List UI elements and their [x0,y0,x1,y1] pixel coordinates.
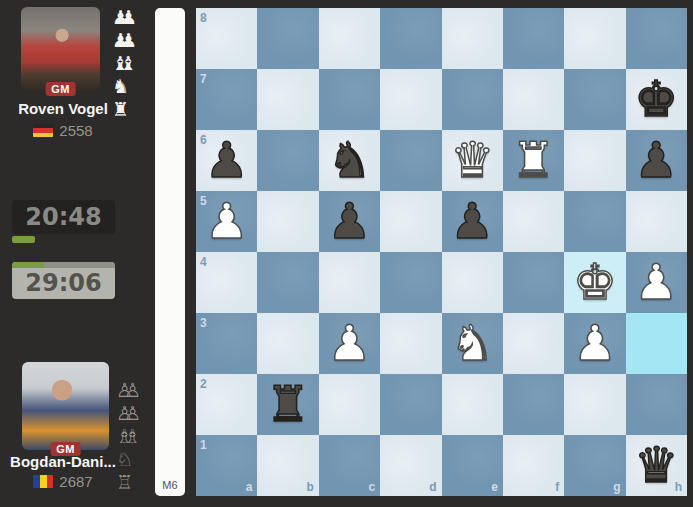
rank-label-8: 8 [200,11,207,25]
square-f1[interactable]: f [503,435,564,496]
clock-bottom-time: 29:06 [25,269,101,297]
player-name-top: Roven Vogel [0,100,126,117]
rank-label-3: 3 [200,316,207,330]
square-h7[interactable]: ♚ [626,69,687,130]
square-h6[interactable]: ♟ [626,130,687,191]
black-pawn[interactable]: ♟ [442,191,503,252]
captured-knight-icon: ♘ [116,450,141,469]
player-card-top: GM [21,7,100,90]
player-name-bottom: Bogdan-Dani... [0,453,126,470]
time-bar-bottom [12,262,115,268]
square-b1[interactable]: b [257,435,318,496]
square-a1[interactable]: 1a [196,435,257,496]
captured-bishops-pair-icon: ♝♝ [112,54,137,73]
square-g8[interactable] [564,8,625,69]
square-h4[interactable]: ♟ [626,252,687,313]
square-a8[interactable]: 8 [196,8,257,69]
captured-rook-icon: ♖ [116,473,141,492]
square-c3[interactable]: ♟ [319,313,380,374]
captured-pieces-bottom: ♙♙♙♙♗♗♘♖ [116,381,141,492]
square-e8[interactable] [442,8,503,69]
square-d3[interactable] [380,313,441,374]
square-g3[interactable]: ♟ [564,313,625,374]
square-h3[interactable] [626,313,687,374]
square-e3[interactable]: ♞ [442,313,503,374]
square-e2[interactable] [442,374,503,435]
square-h5[interactable] [626,191,687,252]
square-a4[interactable]: 4 [196,252,257,313]
square-c4[interactable] [319,252,380,313]
square-c8[interactable] [319,8,380,69]
square-f4[interactable] [503,252,564,313]
square-b8[interactable] [257,8,318,69]
eval-bar: M6 [155,8,185,496]
white-king[interactable]: ♚ [564,252,625,313]
square-d2[interactable] [380,374,441,435]
square-a3[interactable]: 3 [196,313,257,374]
eval-label: M6 [155,479,185,491]
square-f6[interactable]: ♜ [503,130,564,191]
captured-pawns-pair-icon: ♟♟ [112,31,137,50]
black-pawn[interactable]: ♟ [319,191,380,252]
square-a6[interactable]: 6♟ [196,130,257,191]
player-card-bottom: GM [22,362,109,450]
white-pawn[interactable]: ♟ [626,252,687,313]
square-b3[interactable] [257,313,318,374]
captured-pawns-pair-icon: ♙♙ [116,381,141,400]
file-label-e: e [491,480,498,494]
chess-board[interactable]: 87♚6♟♞♛♜♟5♟♟♟4♚♟3♟♞♟2♜1abcdefgh♛ [196,8,687,496]
file-label-c: c [368,480,375,494]
player-rating-bottom: 2687 [59,473,92,490]
black-pawn[interactable]: ♟ [626,130,687,191]
white-pawn[interactable]: ♟ [564,313,625,374]
black-rook[interactable]: ♜ [257,374,318,435]
square-g1[interactable]: g [564,435,625,496]
chess-broadcast-page: GM Roven Vogel 2558 ♟♟♟♟♝♝♞♜ 20:48 29:06… [0,0,693,507]
rank-label-2: 2 [200,377,207,391]
square-h2[interactable] [626,374,687,435]
square-g5[interactable] [564,191,625,252]
square-c1[interactable]: c [319,435,380,496]
player-photo-bottom [22,362,109,450]
square-c7[interactable] [319,69,380,130]
clock-top: 20:48 [12,200,115,234]
square-f8[interactable] [503,8,564,69]
rank-label-6: 6 [200,133,207,147]
white-queen[interactable]: ♛ [442,130,503,191]
rank-label-7: 7 [200,72,207,86]
square-e6[interactable]: ♛ [442,130,503,191]
square-b5[interactable] [257,191,318,252]
square-b7[interactable] [257,69,318,130]
square-b4[interactable] [257,252,318,313]
square-f2[interactable] [503,374,564,435]
square-d1[interactable]: d [380,435,441,496]
square-f7[interactable] [503,69,564,130]
square-e1[interactable]: e [442,435,503,496]
rating-row-top: 2558 [0,122,126,139]
black-knight[interactable]: ♞ [319,130,380,191]
file-label-g: g [613,480,620,494]
white-pawn[interactable]: ♟ [319,313,380,374]
flag-romania-icon [33,475,53,488]
captured-rook-icon: ♜ [112,100,137,119]
file-label-h: h [675,480,682,494]
player-photo-top [21,7,100,90]
captured-pawns-pair-icon: ♙♙ [116,404,141,423]
flag-germany-icon [33,124,53,137]
rating-row-bottom: 2687 [0,473,126,490]
file-label-f: f [555,480,559,494]
captured-pawns-pair-icon: ♟♟ [112,8,137,27]
square-c2[interactable] [319,374,380,435]
square-a2[interactable]: 2 [196,374,257,435]
square-e4[interactable] [442,252,503,313]
square-b2[interactable]: ♜ [257,374,318,435]
square-d7[interactable] [380,69,441,130]
square-d6[interactable] [380,130,441,191]
square-a7[interactable]: 7 [196,69,257,130]
square-f3[interactable] [503,313,564,374]
clock-top-time: 20:48 [25,203,101,231]
square-g6[interactable] [564,130,625,191]
title-badge-top: GM [45,82,76,96]
square-h8[interactable] [626,8,687,69]
square-h1[interactable]: h♛ [626,435,687,496]
file-label-a: a [246,480,253,494]
square-f5[interactable] [503,191,564,252]
captured-knight-icon: ♞ [112,77,137,96]
white-knight[interactable]: ♞ [442,313,503,374]
player-rating-top: 2558 [59,122,92,139]
square-d5[interactable] [380,191,441,252]
square-g4[interactable]: ♚ [564,252,625,313]
captured-bishops-pair-icon: ♗♗ [116,427,141,446]
square-b6[interactable] [257,130,318,191]
black-king[interactable]: ♚ [626,69,687,130]
square-g7[interactable] [564,69,625,130]
square-a5[interactable]: 5♟ [196,191,257,252]
rank-label-1: 1 [200,438,207,452]
square-e7[interactable] [442,69,503,130]
square-e5[interactable]: ♟ [442,191,503,252]
square-d8[interactable] [380,8,441,69]
rank-label-5: 5 [200,194,207,208]
square-d4[interactable] [380,252,441,313]
square-c5[interactable]: ♟ [319,191,380,252]
file-label-b: b [306,480,313,494]
rank-label-4: 4 [200,255,207,269]
time-bar-top [12,236,35,243]
clock-bottom: 29:06 [12,262,115,299]
file-label-d: d [429,480,436,494]
captured-pieces-top: ♟♟♟♟♝♝♞♜ [112,8,137,119]
square-c6[interactable]: ♞ [319,130,380,191]
square-g2[interactable] [564,374,625,435]
white-rook[interactable]: ♜ [503,130,564,191]
